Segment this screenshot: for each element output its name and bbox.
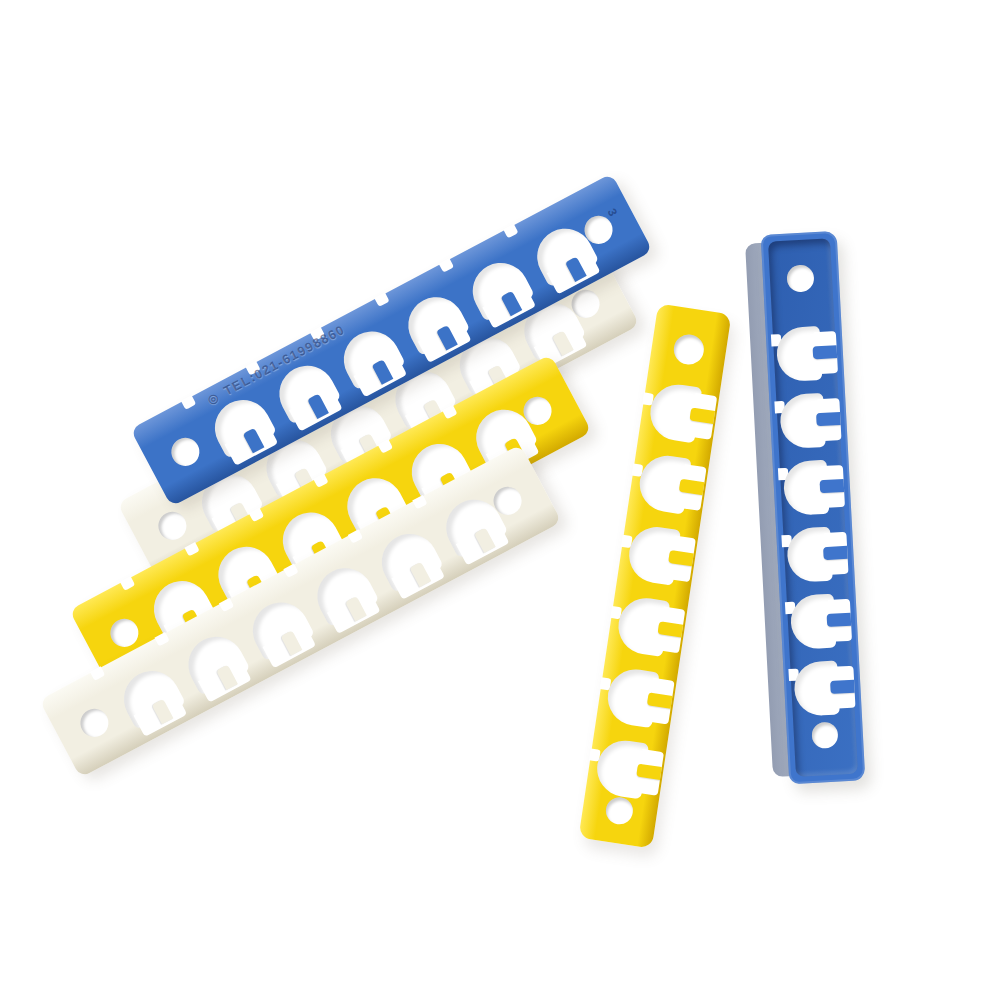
clip-notch: [786, 526, 855, 585]
clip-notch: [783, 459, 852, 518]
edge-notch: [90, 666, 105, 680]
notch-nub: [813, 345, 838, 359]
notch-nub: [830, 680, 855, 694]
clip-notch: [615, 594, 689, 659]
clip-notch: [793, 659, 862, 718]
clip-notch: [243, 593, 315, 662]
clip-notch: [463, 253, 535, 322]
blue-clip-strip-channel: [745, 231, 866, 785]
clip-notch: [179, 627, 251, 696]
mount-hole: [153, 507, 191, 545]
clip-notch: [604, 666, 678, 731]
mount-hole: [166, 433, 204, 471]
clip-notch: [647, 381, 721, 446]
clip-notch: [307, 558, 379, 627]
edge-notch: [181, 395, 196, 409]
clip-notch: [636, 452, 710, 517]
clip-notch: [593, 737, 667, 802]
edge-notch: [503, 224, 518, 238]
yellow-clip-strip-front: [578, 303, 731, 848]
mount-hole: [75, 704, 113, 742]
mount-hole: [604, 795, 635, 826]
cavity-number: 3: [605, 206, 621, 218]
notch-nub: [827, 613, 852, 627]
clip-notch: [372, 524, 444, 593]
edge-notch: [120, 576, 135, 590]
clip-notch: [776, 325, 845, 384]
brand-logo-icon: ◎: [205, 389, 222, 407]
edge-notch: [439, 258, 454, 272]
notch-nub: [820, 479, 845, 493]
product-photo: ◎TEL:021-619988603: [0, 0, 1000, 1000]
notch-nub: [823, 546, 848, 560]
clip-notch: [625, 523, 699, 588]
edge-notch: [374, 293, 389, 307]
mount-hole: [105, 614, 143, 652]
clip-notch: [790, 592, 859, 651]
mount-hole: [672, 332, 706, 366]
clip-notch: [114, 661, 186, 730]
notch-nub: [816, 412, 841, 426]
clip-notch: [779, 392, 848, 451]
clip-notch: [398, 287, 470, 356]
